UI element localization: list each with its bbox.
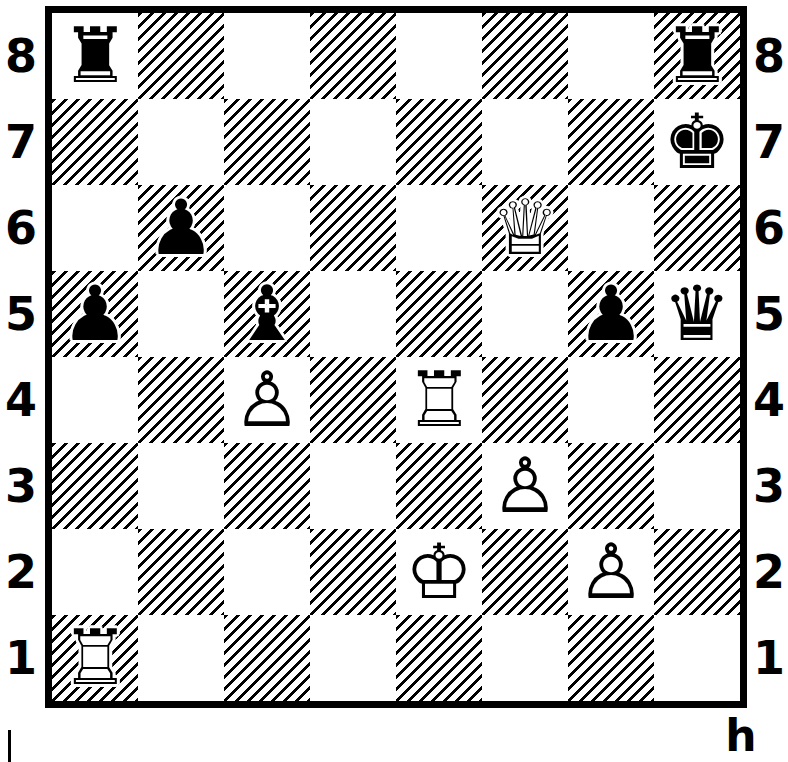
square-b2[interactable] xyxy=(138,529,224,615)
white-rook[interactable]: ♜♖ xyxy=(52,615,138,701)
white-pawn-outline: ♙ xyxy=(568,529,654,615)
square-f4[interactable] xyxy=(482,357,568,443)
square-e2[interactable]: ♚♔ xyxy=(396,529,482,615)
square-e6[interactable] xyxy=(396,185,482,271)
square-d8[interactable] xyxy=(310,13,396,99)
square-g5[interactable]: ♟ xyxy=(568,271,654,357)
square-d5[interactable] xyxy=(310,271,396,357)
square-e3[interactable] xyxy=(396,443,482,529)
print-artifact-mark xyxy=(8,730,11,762)
rank-label-6: 6 xyxy=(748,185,788,271)
rank-label-4: 4 xyxy=(0,357,42,443)
square-e5[interactable] xyxy=(396,271,482,357)
rank-label-3: 3 xyxy=(0,443,42,529)
square-a1[interactable]: ♜♖ xyxy=(52,615,138,701)
square-g6[interactable] xyxy=(568,185,654,271)
rank-label-8: 8 xyxy=(0,13,42,99)
square-a2[interactable] xyxy=(52,529,138,615)
square-d2[interactable] xyxy=(310,529,396,615)
rank-label-2: 2 xyxy=(748,529,788,615)
square-c8[interactable] xyxy=(224,13,310,99)
square-c4[interactable]: ♟♙ xyxy=(224,357,310,443)
square-a8[interactable]: ♜ xyxy=(52,13,138,99)
rank-label-4: 4 xyxy=(748,357,788,443)
rank-label-1: 1 xyxy=(748,615,788,701)
black-pawn[interactable]: ♟ xyxy=(138,185,224,271)
white-pawn[interactable]: ♟♙ xyxy=(568,529,654,615)
square-d3[interactable] xyxy=(310,443,396,529)
black-rook[interactable]: ♜ xyxy=(52,13,138,99)
white-pawn[interactable]: ♟♙ xyxy=(224,357,310,443)
file-label-h: h xyxy=(697,710,785,761)
square-h4[interactable] xyxy=(654,357,740,443)
square-d4[interactable] xyxy=(310,357,396,443)
square-g3[interactable] xyxy=(568,443,654,529)
square-e7[interactable] xyxy=(396,99,482,185)
square-d1[interactable] xyxy=(310,615,396,701)
black-pawn-glyph: ♟ xyxy=(138,185,224,271)
chess-diagram-page: 87654321 ♜♜♚♟♛♕♟♝♟♛♟♙♜♖♟♙♚♔♟♙♜♖ 87654321… xyxy=(0,0,788,762)
square-b7[interactable] xyxy=(138,99,224,185)
square-b8[interactable] xyxy=(138,13,224,99)
rank-label-2: 2 xyxy=(0,529,42,615)
black-rook-glyph: ♜ xyxy=(654,13,740,99)
black-pawn-glyph: ♟ xyxy=(52,271,138,357)
white-king-outline: ♔ xyxy=(396,529,482,615)
black-pawn-glyph: ♟ xyxy=(568,271,654,357)
square-h2[interactable] xyxy=(654,529,740,615)
rank-label-7: 7 xyxy=(748,99,788,185)
square-c5[interactable]: ♝ xyxy=(224,271,310,357)
white-queen-outline: ♕ xyxy=(482,185,568,271)
square-f1[interactable] xyxy=(482,615,568,701)
black-bishop[interactable]: ♝ xyxy=(224,271,310,357)
square-h6[interactable] xyxy=(654,185,740,271)
black-pawn[interactable]: ♟ xyxy=(568,271,654,357)
black-king-glyph: ♚ xyxy=(654,99,740,185)
square-b6[interactable]: ♟ xyxy=(138,185,224,271)
black-bishop-glyph: ♝ xyxy=(224,271,310,357)
square-c7[interactable] xyxy=(224,99,310,185)
square-a5[interactable]: ♟ xyxy=(52,271,138,357)
square-g4[interactable] xyxy=(568,357,654,443)
square-h8[interactable]: ♜ xyxy=(654,13,740,99)
square-b5[interactable] xyxy=(138,271,224,357)
square-h5[interactable]: ♛ xyxy=(654,271,740,357)
square-c2[interactable] xyxy=(224,529,310,615)
square-a6[interactable] xyxy=(52,185,138,271)
file-labels-bottom: h xyxy=(45,708,747,762)
square-g8[interactable] xyxy=(568,13,654,99)
black-rook[interactable]: ♜ xyxy=(654,13,740,99)
rank-label-7: 7 xyxy=(0,99,42,185)
rank-label-1: 1 xyxy=(0,615,42,701)
square-e8[interactable] xyxy=(396,13,482,99)
white-rook-outline: ♖ xyxy=(52,615,138,701)
square-d7[interactable] xyxy=(310,99,396,185)
square-h3[interactable] xyxy=(654,443,740,529)
square-a3[interactable] xyxy=(52,443,138,529)
rank-label-5: 5 xyxy=(748,271,788,357)
square-b3[interactable] xyxy=(138,443,224,529)
square-f3[interactable]: ♟♙ xyxy=(482,443,568,529)
rank-label-8: 8 xyxy=(748,13,788,99)
square-b4[interactable] xyxy=(138,357,224,443)
square-a4[interactable] xyxy=(52,357,138,443)
rank-label-6: 6 xyxy=(0,185,42,271)
rank-labels-right: 87654321 xyxy=(748,13,788,701)
rank-label-5: 5 xyxy=(0,271,42,357)
black-queen-glyph: ♛ xyxy=(654,271,740,357)
square-c3[interactable] xyxy=(224,443,310,529)
square-c1[interactable] xyxy=(224,615,310,701)
square-g7[interactable] xyxy=(568,99,654,185)
white-pawn-outline: ♙ xyxy=(224,357,310,443)
square-f6[interactable]: ♛♕ xyxy=(482,185,568,271)
white-pawn[interactable]: ♟♙ xyxy=(482,443,568,529)
black-king[interactable]: ♚ xyxy=(654,99,740,185)
square-g2[interactable]: ♟♙ xyxy=(568,529,654,615)
white-rook-outline: ♖ xyxy=(396,357,482,443)
white-rook[interactable]: ♜♖ xyxy=(396,357,482,443)
black-rook-glyph: ♜ xyxy=(52,13,138,99)
square-g1[interactable] xyxy=(568,615,654,701)
black-pawn[interactable]: ♟ xyxy=(52,271,138,357)
square-f2[interactable] xyxy=(482,529,568,615)
square-e4[interactable]: ♜♖ xyxy=(396,357,482,443)
square-f7[interactable] xyxy=(482,99,568,185)
square-e1[interactable] xyxy=(396,615,482,701)
square-f8[interactable] xyxy=(482,13,568,99)
white-queen[interactable]: ♛♕ xyxy=(482,185,568,271)
rank-label-3: 3 xyxy=(748,443,788,529)
square-d6[interactable] xyxy=(310,185,396,271)
square-h1[interactable] xyxy=(654,615,740,701)
black-queen[interactable]: ♛ xyxy=(654,271,740,357)
square-a7[interactable] xyxy=(52,99,138,185)
chess-board: ♜♜♚♟♛♕♟♝♟♛♟♙♜♖♟♙♚♔♟♙♜♖ xyxy=(45,6,747,708)
white-king[interactable]: ♚♔ xyxy=(396,529,482,615)
square-h7[interactable]: ♚ xyxy=(654,99,740,185)
square-f5[interactable] xyxy=(482,271,568,357)
rank-labels-left: 87654321 xyxy=(0,13,42,701)
square-c6[interactable] xyxy=(224,185,310,271)
white-pawn-outline: ♙ xyxy=(482,443,568,529)
square-b1[interactable] xyxy=(138,615,224,701)
